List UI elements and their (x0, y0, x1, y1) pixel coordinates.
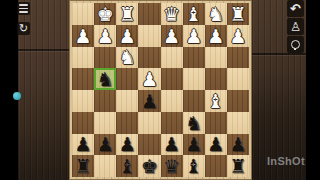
black-knight[interactable]: ♞ (185, 112, 202, 132)
square-c2[interactable]: ♟ (183, 25, 205, 47)
app-screen: ♚♜♛♝♞♜♟♟♟♟♟♟♟♞♞♟♟♝♞♟♟♟♟♟♟♟♜♝♚♛♝♜ ↻ ↶ ♙ I… (0, 0, 320, 180)
square-b7[interactable]: ♟ (205, 134, 227, 156)
square-h6[interactable] (72, 112, 94, 134)
square-d6[interactable] (161, 112, 183, 134)
square-h4[interactable] (72, 68, 94, 90)
square-h3[interactable] (72, 47, 94, 69)
square-g1[interactable]: ♚ (94, 3, 116, 25)
square-h1[interactable] (72, 3, 94, 25)
square-d5[interactable] (161, 90, 183, 112)
pawn-icon: ♙ (290, 21, 301, 33)
square-d3[interactable] (161, 47, 183, 69)
square-f6[interactable] (116, 112, 138, 134)
square-h8[interactable]: ♜ (72, 155, 94, 177)
square-a8[interactable]: ♜ (227, 155, 249, 177)
square-c5[interactable] (183, 90, 205, 112)
square-f8[interactable]: ♝ (116, 155, 138, 177)
square-d8[interactable]: ♛ (161, 155, 183, 177)
menu-button[interactable] (17, 2, 30, 15)
square-b2[interactable]: ♟ (205, 25, 227, 47)
black-pawn[interactable]: ♟ (141, 90, 158, 110)
white-pawn[interactable]: ♟ (207, 25, 224, 45)
black-rook[interactable]: ♜ (75, 156, 92, 176)
square-b8[interactable] (205, 155, 227, 177)
white-pawn[interactable]: ♟ (119, 25, 136, 45)
square-d1[interactable]: ♛ (161, 3, 183, 25)
black-bishop[interactable]: ♝ (119, 156, 136, 176)
right-toolbar: ↶ ♙ (287, 0, 304, 55)
undo-icon: ↶ (290, 2, 301, 15)
square-e1[interactable] (138, 3, 160, 25)
white-pawn[interactable]: ♟ (185, 25, 202, 45)
square-a2[interactable]: ♟ (227, 25, 249, 47)
square-d4[interactable] (161, 68, 183, 90)
square-d2[interactable]: ♟ (161, 25, 183, 47)
black-bishop[interactable]: ♝ (185, 156, 202, 176)
white-bishop[interactable]: ♝ (207, 90, 224, 110)
white-pawn[interactable]: ♟ (75, 25, 92, 45)
white-rook[interactable]: ♜ (119, 3, 136, 23)
black-king[interactable]: ♚ (141, 156, 158, 176)
black-rook[interactable]: ♜ (229, 156, 246, 176)
undo-button[interactable]: ↶ (287, 0, 304, 17)
black-pawn[interactable]: ♟ (163, 134, 180, 154)
square-h5[interactable] (72, 90, 94, 112)
square-e6[interactable] (138, 112, 160, 134)
black-pawn[interactable]: ♟ (185, 134, 202, 154)
board-frame: ♚♜♛♝♞♜♟♟♟♟♟♟♟♞♞♟♟♝♞♟♟♟♟♟♟♟♜♝♚♛♝♜ (69, 0, 252, 180)
square-c7[interactable]: ♟ (183, 134, 205, 156)
square-e2[interactable] (138, 25, 160, 47)
square-f4[interactable] (116, 68, 138, 90)
black-pawn[interactable]: ♟ (119, 134, 136, 154)
black-pawn[interactable]: ♟ (75, 134, 92, 154)
black-pawn[interactable]: ♟ (207, 134, 224, 154)
square-a7[interactable]: ♟ (227, 134, 249, 156)
black-pawn[interactable]: ♟ (97, 134, 114, 154)
square-f3[interactable]: ♞ (116, 47, 138, 69)
lightbulb-icon (291, 40, 300, 49)
inshot-watermark: InShOt (267, 155, 305, 167)
white-rook[interactable]: ♜ (229, 3, 246, 23)
square-a4[interactable] (227, 68, 249, 90)
square-h2[interactable]: ♟ (72, 25, 94, 47)
square-f7[interactable]: ♟ (116, 134, 138, 156)
square-g7[interactable]: ♟ (94, 134, 116, 156)
square-b1[interactable]: ♞ (205, 3, 227, 25)
square-a5[interactable] (227, 90, 249, 112)
square-g6[interactable] (94, 112, 116, 134)
square-c4[interactable] (183, 68, 205, 90)
square-f2[interactable]: ♟ (116, 25, 138, 47)
square-b4[interactable] (205, 68, 227, 90)
square-c6[interactable]: ♞ (183, 112, 205, 134)
square-g3[interactable] (94, 47, 116, 69)
square-g8[interactable] (94, 155, 116, 177)
menu-icon (19, 4, 28, 6)
chess-board[interactable]: ♚♜♛♝♞♜♟♟♟♟♟♟♟♞♞♟♟♝♞♟♟♟♟♟♟♟♜♝♚♛♝♜ (72, 3, 249, 177)
square-a3[interactable] (227, 47, 249, 69)
rotate-icon: ↻ (19, 23, 28, 34)
white-king[interactable]: ♚ (97, 3, 114, 23)
square-c8[interactable]: ♝ (183, 155, 205, 177)
wood-plank-seam (18, 49, 69, 51)
black-queen[interactable]: ♛ (163, 156, 180, 176)
square-a6[interactable] (227, 112, 249, 134)
square-b6[interactable] (205, 112, 227, 134)
square-e7[interactable] (138, 134, 160, 156)
square-g2[interactable]: ♟ (94, 25, 116, 47)
square-d7[interactable]: ♟ (161, 134, 183, 156)
square-c1[interactable]: ♝ (183, 3, 205, 25)
black-knight[interactable]: ♞ (97, 69, 114, 89)
square-g4[interactable]: ♞ (94, 68, 116, 90)
square-e3[interactable] (138, 47, 160, 69)
white-queen[interactable]: ♛ (163, 3, 180, 23)
square-e4[interactable]: ♟ (138, 68, 160, 90)
square-e8[interactable]: ♚ (138, 155, 160, 177)
white-pawn[interactable]: ♟ (163, 25, 180, 45)
square-b3[interactable] (205, 47, 227, 69)
white-knight[interactable]: ♞ (119, 47, 136, 67)
record-indicator-dot (13, 92, 21, 100)
square-e5[interactable]: ♟ (138, 90, 160, 112)
pawn-button[interactable]: ♙ (287, 18, 304, 35)
square-f5[interactable] (116, 90, 138, 112)
white-knight[interactable]: ♞ (207, 3, 224, 23)
white-pawn[interactable]: ♟ (229, 25, 246, 45)
square-g5[interactable] (94, 90, 116, 112)
flip-board-button[interactable]: ↻ (17, 22, 30, 35)
hint-button[interactable] (287, 36, 304, 53)
black-pawn[interactable]: ♟ (229, 134, 246, 154)
square-h7[interactable]: ♟ (72, 134, 94, 156)
white-bishop[interactable]: ♝ (185, 3, 202, 23)
square-a1[interactable]: ♜ (227, 3, 249, 25)
square-b5[interactable]: ♝ (205, 90, 227, 112)
white-pawn[interactable]: ♟ (97, 25, 114, 45)
square-c3[interactable] (183, 47, 205, 69)
square-f1[interactable]: ♜ (116, 3, 138, 25)
white-pawn[interactable]: ♟ (141, 69, 158, 89)
